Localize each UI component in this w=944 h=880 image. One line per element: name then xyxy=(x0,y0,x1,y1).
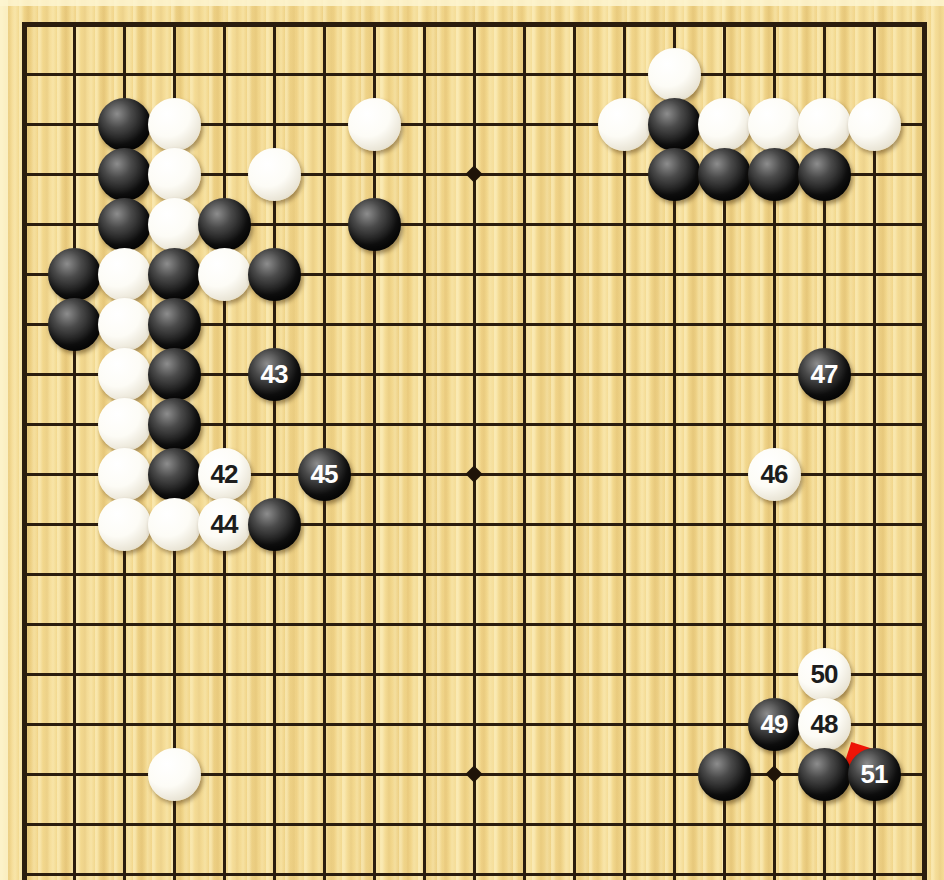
grid-line-vertical xyxy=(473,22,476,880)
stone-white-44: 44 xyxy=(198,498,251,551)
stone-white xyxy=(148,748,201,801)
stone-white xyxy=(98,298,151,351)
grid-line-vertical xyxy=(73,22,76,880)
grid-line-horizontal xyxy=(22,823,927,826)
stone-black xyxy=(648,98,701,151)
stone-black xyxy=(148,298,201,351)
go-board: 43474245464450494851 xyxy=(0,0,944,880)
grid-line-horizontal xyxy=(22,623,927,626)
stone-black xyxy=(248,248,301,301)
stone-black xyxy=(148,248,201,301)
stone-black xyxy=(48,298,101,351)
stone-white xyxy=(148,148,201,201)
star-point xyxy=(466,766,483,783)
stone-black xyxy=(798,748,851,801)
grid-line-vertical xyxy=(22,22,27,880)
stone-black xyxy=(698,748,751,801)
grid-line-vertical xyxy=(423,22,426,880)
stone-black xyxy=(148,398,201,451)
stone-white xyxy=(598,98,651,151)
stone-black xyxy=(648,148,701,201)
star-point xyxy=(766,766,783,783)
stone-black xyxy=(698,148,751,201)
stone-black-45: 45 xyxy=(298,448,351,501)
stone-black-49: 49 xyxy=(748,698,801,751)
stone-white xyxy=(348,98,401,151)
stone-move-number: 51 xyxy=(861,761,888,787)
stone-white xyxy=(698,98,751,151)
stone-white xyxy=(148,198,201,251)
stone-white-48: 48 xyxy=(798,698,851,751)
stone-white xyxy=(148,498,201,551)
star-point xyxy=(466,166,483,183)
stone-black xyxy=(348,198,401,251)
stone-white xyxy=(98,398,151,451)
stone-move-number: 46 xyxy=(761,461,788,487)
grid-line-vertical xyxy=(573,22,576,880)
stone-move-number: 43 xyxy=(261,361,288,387)
stone-black xyxy=(48,248,101,301)
stone-black xyxy=(248,498,301,551)
stone-black xyxy=(748,148,801,201)
stone-white xyxy=(98,498,151,551)
stone-white xyxy=(648,48,701,101)
stone-move-number: 44 xyxy=(211,511,238,537)
stone-white xyxy=(98,348,151,401)
stone-white xyxy=(798,98,851,151)
stone-black-47: 47 xyxy=(798,348,851,401)
stone-white xyxy=(198,248,251,301)
board-edge-highlight-left xyxy=(0,0,8,880)
stone-white-50: 50 xyxy=(798,648,851,701)
stone-white xyxy=(148,98,201,151)
stone-black xyxy=(148,448,201,501)
grid-line-vertical xyxy=(523,22,526,880)
stone-move-number: 45 xyxy=(311,461,338,487)
stone-move-number: 48 xyxy=(811,711,838,737)
stone-black xyxy=(198,198,251,251)
stone-black xyxy=(98,98,151,151)
grid-line-horizontal xyxy=(22,22,927,27)
stone-black xyxy=(148,348,201,401)
stone-white-42: 42 xyxy=(198,448,251,501)
board-edge-highlight-top xyxy=(0,0,944,6)
stone-white xyxy=(248,148,301,201)
stone-move-number: 42 xyxy=(211,461,238,487)
stone-black-51: 51 xyxy=(848,748,901,801)
stone-white xyxy=(748,98,801,151)
grid-line-horizontal xyxy=(22,73,927,76)
stone-black xyxy=(98,148,151,201)
stone-black xyxy=(798,148,851,201)
grid-line-vertical xyxy=(922,22,927,880)
grid-line-horizontal xyxy=(22,573,927,576)
stone-move-number: 47 xyxy=(811,361,838,387)
stone-black-43: 43 xyxy=(248,348,301,401)
stone-move-number: 50 xyxy=(811,661,838,687)
stone-white xyxy=(98,448,151,501)
stone-black xyxy=(98,198,151,251)
grid-line-horizontal xyxy=(22,673,927,676)
stone-white xyxy=(98,248,151,301)
grid-line-horizontal xyxy=(22,873,927,876)
star-point xyxy=(466,466,483,483)
stone-white-46: 46 xyxy=(748,448,801,501)
stone-move-number: 49 xyxy=(761,711,788,737)
stone-white xyxy=(848,98,901,151)
